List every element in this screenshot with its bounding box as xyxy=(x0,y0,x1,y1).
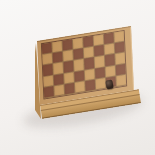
square xyxy=(42,42,52,54)
square xyxy=(52,40,62,52)
square xyxy=(96,78,106,90)
square xyxy=(115,42,125,54)
square xyxy=(73,48,83,60)
square xyxy=(43,64,53,76)
square xyxy=(85,80,95,92)
checkerboard xyxy=(42,31,126,98)
latch-clasp-icon xyxy=(105,79,114,89)
square xyxy=(116,64,126,76)
square xyxy=(54,85,64,97)
square xyxy=(53,63,63,75)
square xyxy=(104,43,114,55)
square xyxy=(84,58,94,70)
square xyxy=(83,36,93,48)
photo-background xyxy=(0,0,155,155)
square xyxy=(64,61,74,73)
square xyxy=(63,39,73,51)
square xyxy=(74,70,84,82)
square xyxy=(63,50,73,62)
square xyxy=(85,69,95,81)
square xyxy=(114,31,124,43)
square xyxy=(115,53,125,65)
square xyxy=(43,75,53,87)
square xyxy=(73,37,83,49)
square xyxy=(64,72,74,84)
square xyxy=(95,67,105,79)
square xyxy=(94,45,104,57)
square xyxy=(53,52,63,64)
square xyxy=(105,54,115,66)
square xyxy=(44,86,54,98)
square xyxy=(104,32,114,44)
square xyxy=(116,75,126,87)
square xyxy=(94,34,104,46)
square xyxy=(105,65,115,77)
square xyxy=(75,81,85,93)
square xyxy=(54,74,64,86)
square xyxy=(65,83,75,95)
square xyxy=(95,56,105,68)
square xyxy=(84,47,94,59)
square xyxy=(42,53,52,65)
square xyxy=(74,59,84,71)
